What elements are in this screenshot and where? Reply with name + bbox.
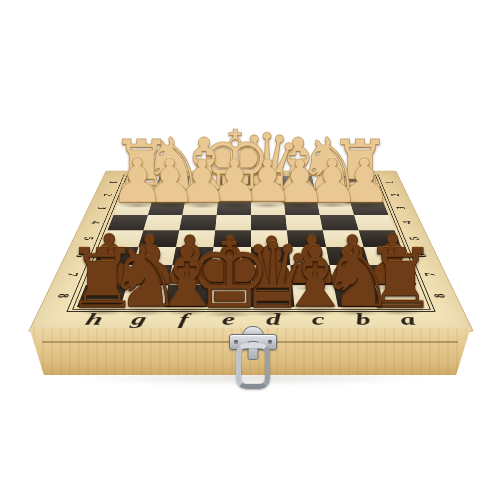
- file-label-b: b: [354, 311, 373, 327]
- file-label-g: g: [130, 311, 149, 327]
- rank-label-6: 6: [413, 254, 429, 257]
- square-f2: [185, 188, 219, 201]
- square-d3: [251, 201, 285, 215]
- chess-board: hgfedcba 12345678 12345678: [28, 171, 474, 332]
- square-b7: [330, 265, 375, 285]
- rank-label-2: 2: [388, 193, 401, 195]
- square-a4: [354, 215, 394, 230]
- square-h8: [77, 285, 127, 307]
- rank-label-4: 4: [400, 221, 414, 224]
- square-a7: [369, 265, 416, 285]
- square-c3: [284, 201, 320, 215]
- square-c8: [292, 285, 338, 307]
- square-e1: [219, 176, 251, 188]
- square-a2: [346, 188, 383, 201]
- square-a1: [343, 176, 378, 188]
- square-f8: [164, 285, 210, 307]
- square-g6: [133, 247, 176, 265]
- file-label-e: e: [222, 311, 236, 327]
- square-e3: [217, 201, 251, 215]
- square-h5: [101, 230, 143, 247]
- square-d5: [251, 230, 289, 247]
- rank-label-8: 8: [430, 294, 447, 298]
- square-f3: [182, 201, 218, 215]
- square-f6: [172, 247, 213, 265]
- square-d4: [251, 215, 287, 230]
- file-label-h: h: [83, 311, 105, 327]
- square-d6: [251, 247, 290, 265]
- square-g2: [152, 188, 188, 201]
- square-e2: [218, 188, 251, 201]
- square-g8: [120, 285, 168, 307]
- square-c6: [289, 247, 330, 265]
- square-a6: [364, 247, 409, 265]
- square-a5: [359, 230, 401, 247]
- square-c4: [285, 215, 322, 230]
- square-e7: [210, 265, 251, 285]
- square-d7: [251, 265, 292, 285]
- square-e6: [212, 247, 251, 265]
- square-g5: [138, 230, 179, 247]
- rank-label-1: 1: [107, 181, 119, 183]
- rank-label-3: 3: [95, 207, 109, 210]
- rank-label-7: 7: [421, 273, 438, 277]
- metal-clasp-icon: [229, 331, 277, 393]
- square-a3: [350, 201, 389, 215]
- square-g7: [127, 265, 172, 285]
- file-label-c: c: [310, 311, 325, 327]
- square-h2: [119, 188, 156, 201]
- square-d1: [251, 176, 283, 188]
- square-g1: [156, 176, 190, 188]
- file-label-d: d: [266, 311, 281, 327]
- square-h1: [124, 176, 159, 188]
- rank-label-4: 4: [88, 221, 102, 224]
- square-h7: [86, 265, 133, 285]
- rank-label-5: 5: [81, 237, 96, 240]
- square-c7: [290, 265, 333, 285]
- square-c1: [282, 176, 315, 188]
- square-f4: [179, 215, 216, 230]
- rank-label-5: 5: [406, 237, 421, 240]
- square-b2: [314, 188, 350, 201]
- square-g3: [148, 201, 185, 215]
- rank-label-6: 6: [73, 254, 89, 257]
- square-c5: [287, 230, 326, 247]
- square-g4: [143, 215, 182, 230]
- square-e5: [213, 230, 251, 247]
- file-label-f: f: [178, 311, 190, 327]
- square-h6: [94, 247, 139, 265]
- square-b1: [312, 176, 346, 188]
- chess-set-photo: hgfedcba 12345678 12345678 ♜♞♝♛♚♝♞♜♟♟♟♟♟…: [0, 0, 500, 500]
- square-f1: [188, 176, 221, 188]
- rank-label-7: 7: [64, 273, 81, 277]
- rank-label-3: 3: [393, 207, 407, 210]
- square-f5: [176, 230, 215, 247]
- square-b6: [326, 247, 369, 265]
- square-h3: [114, 201, 153, 215]
- board-squares: [77, 176, 425, 307]
- square-d8: [251, 285, 295, 307]
- square-e4: [215, 215, 251, 230]
- clasp-loop: [236, 343, 270, 389]
- rank-label-1: 1: [383, 181, 395, 183]
- square-a8: [375, 285, 425, 307]
- square-h4: [108, 215, 148, 230]
- square-b5: [323, 230, 364, 247]
- square-b4: [320, 215, 359, 230]
- square-c2: [283, 188, 317, 201]
- rank-label-2: 2: [101, 193, 114, 195]
- square-f7: [168, 265, 211, 285]
- rank-label-8: 8: [54, 294, 71, 298]
- square-d2: [251, 188, 284, 201]
- file-label-a: a: [397, 311, 417, 327]
- square-b8: [334, 285, 382, 307]
- square-e8: [207, 285, 251, 307]
- square-b3: [317, 201, 354, 215]
